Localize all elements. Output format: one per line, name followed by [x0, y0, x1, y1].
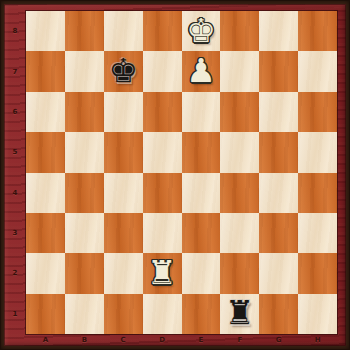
- square-d4[interactable]: [143, 173, 182, 213]
- square-b2[interactable]: [65, 253, 104, 293]
- square-c5[interactable]: [104, 132, 143, 172]
- rank-label-2: 2: [4, 253, 26, 293]
- square-c3[interactable]: [104, 213, 143, 253]
- square-f5[interactable]: [220, 132, 259, 172]
- piece-black-rook[interactable]: ♜: [225, 296, 255, 329]
- square-f8[interactable]: [220, 11, 259, 51]
- file-label-g: G: [259, 334, 298, 346]
- square-h3[interactable]: [298, 213, 337, 253]
- square-h1[interactable]: [298, 294, 337, 334]
- piece-white-king[interactable]: ♚: [186, 14, 216, 47]
- square-c2[interactable]: [104, 253, 143, 293]
- square-e6[interactable]: [182, 92, 221, 132]
- square-c8[interactable]: [104, 11, 143, 51]
- square-f2[interactable]: [220, 253, 259, 293]
- square-b5[interactable]: [65, 132, 104, 172]
- square-a5[interactable]: [26, 132, 65, 172]
- rank-label-3: 3: [4, 213, 26, 253]
- square-e3[interactable]: [182, 213, 221, 253]
- rank-label-5: 5: [4, 132, 26, 172]
- rank-label-6: 6: [4, 92, 26, 132]
- square-d5[interactable]: [143, 132, 182, 172]
- square-h5[interactable]: [298, 132, 337, 172]
- square-b6[interactable]: [65, 92, 104, 132]
- square-g2[interactable]: [259, 253, 298, 293]
- square-d7[interactable]: [143, 51, 182, 91]
- square-g3[interactable]: [259, 213, 298, 253]
- piece-white-pawn[interactable]: ♟: [186, 54, 216, 87]
- piece-black-king[interactable]: ♚: [108, 54, 138, 87]
- square-f6[interactable]: [220, 92, 259, 132]
- square-c1[interactable]: [104, 294, 143, 334]
- file-label-a: A: [26, 334, 65, 346]
- square-f1[interactable]: ♜: [220, 294, 259, 334]
- square-g6[interactable]: [259, 92, 298, 132]
- square-d3[interactable]: [143, 213, 182, 253]
- square-f7[interactable]: [220, 51, 259, 91]
- square-a4[interactable]: [26, 173, 65, 213]
- square-a1[interactable]: [26, 294, 65, 334]
- square-a7[interactable]: [26, 51, 65, 91]
- square-e4[interactable]: [182, 173, 221, 213]
- square-a6[interactable]: [26, 92, 65, 132]
- rank-labels: 87654321: [4, 11, 26, 334]
- piece-white-rook[interactable]: ♜: [147, 256, 177, 289]
- square-g8[interactable]: [259, 11, 298, 51]
- square-g5[interactable]: [259, 132, 298, 172]
- square-e8[interactable]: ♚: [182, 11, 221, 51]
- square-d6[interactable]: [143, 92, 182, 132]
- square-b8[interactable]: [65, 11, 104, 51]
- square-c6[interactable]: [104, 92, 143, 132]
- square-e5[interactable]: [182, 132, 221, 172]
- rank-label-8: 8: [4, 11, 26, 51]
- file-label-e: E: [182, 334, 221, 346]
- file-label-d: D: [143, 334, 182, 346]
- square-h2[interactable]: [298, 253, 337, 293]
- file-label-c: C: [104, 334, 143, 346]
- square-h7[interactable]: [298, 51, 337, 91]
- file-label-f: F: [220, 334, 259, 346]
- square-e2[interactable]: [182, 253, 221, 293]
- square-c4[interactable]: [104, 173, 143, 213]
- square-a2[interactable]: [26, 253, 65, 293]
- square-b7[interactable]: [65, 51, 104, 91]
- file-labels: ABCDEFGH: [26, 334, 337, 346]
- square-g7[interactable]: [259, 51, 298, 91]
- square-e1[interactable]: [182, 294, 221, 334]
- rank-label-4: 4: [4, 173, 26, 213]
- rank-label-7: 7: [4, 51, 26, 91]
- square-h6[interactable]: [298, 92, 337, 132]
- square-h4[interactable]: [298, 173, 337, 213]
- square-f3[interactable]: [220, 213, 259, 253]
- square-d1[interactable]: [143, 294, 182, 334]
- rank-label-1: 1: [4, 294, 26, 334]
- chess-board: ♚♚♟♜♜: [26, 11, 337, 334]
- square-h8[interactable]: [298, 11, 337, 51]
- square-f4[interactable]: [220, 173, 259, 213]
- square-g4[interactable]: [259, 173, 298, 213]
- square-b4[interactable]: [65, 173, 104, 213]
- square-g1[interactable]: [259, 294, 298, 334]
- square-b3[interactable]: [65, 213, 104, 253]
- square-d8[interactable]: [143, 11, 182, 51]
- square-e7[interactable]: ♟: [182, 51, 221, 91]
- file-label-b: B: [65, 334, 104, 346]
- square-d2[interactable]: ♜: [143, 253, 182, 293]
- square-c7[interactable]: ♚: [104, 51, 143, 91]
- square-a8[interactable]: [26, 11, 65, 51]
- square-b1[interactable]: [65, 294, 104, 334]
- file-label-h: H: [298, 334, 337, 346]
- square-a3[interactable]: [26, 213, 65, 253]
